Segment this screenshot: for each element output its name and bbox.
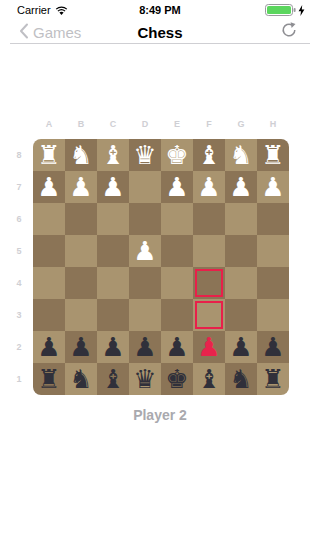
square-f5[interactable]: [193, 235, 225, 267]
square-d5[interactable]: ♟: [129, 235, 161, 267]
square-h6[interactable]: [257, 203, 289, 235]
piece-white-pawn-e7[interactable]: ♟: [161, 171, 193, 203]
file-label-a: A: [33, 116, 65, 132]
rank-label-1: 1: [10, 363, 28, 395]
piece-white-pawn-h7[interactable]: ♟: [257, 171, 289, 203]
square-c3[interactable]: [97, 299, 129, 331]
piece-black-rook-a1[interactable]: ♜: [33, 363, 65, 395]
square-b4[interactable]: [65, 267, 97, 299]
square-c8[interactable]: ♝: [97, 139, 129, 171]
square-h8[interactable]: ♜: [257, 139, 289, 171]
square-b2[interactable]: ♟: [65, 331, 97, 363]
piece-black-bishop-f1[interactable]: ♝: [193, 363, 225, 395]
refresh-icon: [280, 21, 298, 43]
rank-labels: 87654321: [10, 139, 28, 395]
square-a5[interactable]: [33, 235, 65, 267]
square-e2[interactable]: ♟: [161, 331, 193, 363]
piece-white-pawn-g7[interactable]: ♟: [225, 171, 257, 203]
square-f1[interactable]: ♝: [193, 363, 225, 395]
square-d7[interactable]: [129, 171, 161, 203]
square-f6[interactable]: [193, 203, 225, 235]
square-e6[interactable]: [161, 203, 193, 235]
file-label-g: G: [225, 116, 257, 132]
square-h7[interactable]: ♟: [257, 171, 289, 203]
piece-white-queen-d8[interactable]: ♛: [129, 139, 161, 171]
square-h4[interactable]: [257, 267, 289, 299]
square-c2[interactable]: ♟: [97, 331, 129, 363]
piece-black-king-e1[interactable]: ♚: [161, 363, 193, 395]
move-highlight-f4: [195, 269, 223, 297]
square-b7[interactable]: ♟: [65, 171, 97, 203]
piece-white-bishop-c8[interactable]: ♝: [97, 139, 129, 171]
square-b6[interactable]: [65, 203, 97, 235]
square-d6[interactable]: [129, 203, 161, 235]
square-a2[interactable]: ♟: [33, 331, 65, 363]
file-label-h: H: [257, 116, 289, 132]
battery-icon: [265, 4, 296, 16]
square-c4[interactable]: [97, 267, 129, 299]
piece-white-pawn-f7[interactable]: ♟: [193, 171, 225, 203]
square-f7[interactable]: ♟: [193, 171, 225, 203]
square-g3[interactable]: [225, 299, 257, 331]
square-g1[interactable]: ♞: [225, 363, 257, 395]
status-bar: Carrier 8:49 PM: [10, 0, 310, 20]
square-a1[interactable]: ♜: [33, 363, 65, 395]
square-e1[interactable]: ♚: [161, 363, 193, 395]
piece-white-bishop-f8[interactable]: ♝: [193, 139, 225, 171]
piece-white-rook-a8[interactable]: ♜: [33, 139, 65, 171]
square-e7[interactable]: ♟: [161, 171, 193, 203]
piece-black-pawn-e2[interactable]: ♟: [161, 331, 193, 363]
rank-label-2: 2: [10, 331, 28, 363]
square-a6[interactable]: [33, 203, 65, 235]
square-c1[interactable]: ♝: [97, 363, 129, 395]
piece-black-knight-g1[interactable]: ♞: [225, 363, 257, 395]
back-button[interactable]: Games: [19, 20, 81, 44]
square-d8[interactable]: ♛: [129, 139, 161, 171]
square-b5[interactable]: [65, 235, 97, 267]
square-f2[interactable]: ♟: [193, 331, 225, 363]
square-e5[interactable]: [161, 235, 193, 267]
piece-white-knight-g8[interactable]: ♞: [225, 139, 257, 171]
app-screen: Carrier 8:49 PM: [10, 0, 310, 533]
square-f3[interactable]: [193, 299, 225, 331]
square-b1[interactable]: ♞: [65, 363, 97, 395]
piece-black-pawn-a2[interactable]: ♟: [33, 331, 65, 363]
square-c6[interactable]: [97, 203, 129, 235]
piece-black-pawn-c2[interactable]: ♟: [97, 331, 129, 363]
piece-black-pawn-d2[interactable]: ♟: [129, 331, 161, 363]
nav-bar: Chess Games: [10, 20, 310, 44]
square-h3[interactable]: [257, 299, 289, 331]
square-b3[interactable]: [65, 299, 97, 331]
square-h1[interactable]: ♜: [257, 363, 289, 395]
rank-label-5: 5: [10, 235, 28, 267]
rank-label-8: 8: [10, 139, 28, 171]
file-label-c: C: [97, 116, 129, 132]
piece-white-pawn-d5[interactable]: ♟: [129, 235, 161, 267]
piece-white-pawn-a7[interactable]: ♟: [33, 171, 65, 203]
back-chevron-icon: [19, 23, 29, 42]
file-label-e: E: [161, 116, 193, 132]
file-labels: ABCDEFGH: [33, 116, 289, 132]
square-c5[interactable]: [97, 235, 129, 267]
piece-black-knight-b1[interactable]: ♞: [65, 363, 97, 395]
piece-black-pawn-g2[interactable]: ♟: [225, 331, 257, 363]
square-a3[interactable]: [33, 299, 65, 331]
square-e3[interactable]: [161, 299, 193, 331]
rank-label-4: 4: [10, 267, 28, 299]
square-g4[interactable]: [225, 267, 257, 299]
piece-white-king-e8[interactable]: ♚: [161, 139, 193, 171]
file-label-d: D: [129, 116, 161, 132]
rank-label-7: 7: [10, 171, 28, 203]
piece-black-queen-d1[interactable]: ♛: [129, 363, 161, 395]
move-highlight-f3: [195, 301, 223, 329]
piece-black-rook-h1[interactable]: ♜: [257, 363, 289, 395]
square-d4[interactable]: [129, 267, 161, 299]
piece-white-pawn-c7[interactable]: ♟: [97, 171, 129, 203]
square-a4[interactable]: [33, 267, 65, 299]
square-e8[interactable]: ♚: [161, 139, 193, 171]
square-a8[interactable]: ♜: [33, 139, 65, 171]
square-e4[interactable]: [161, 267, 193, 299]
square-g6[interactable]: [225, 203, 257, 235]
square-c7[interactable]: ♟: [97, 171, 129, 203]
charging-bolt-icon: [298, 5, 305, 16]
square-f4[interactable]: [193, 267, 225, 299]
piece-white-pawn-b7[interactable]: ♟: [65, 171, 97, 203]
back-button-label: Games: [33, 24, 81, 41]
square-g5[interactable]: [225, 235, 257, 267]
rank-label-6: 6: [10, 203, 28, 235]
piece-black-pawn-b2[interactable]: ♟: [65, 331, 97, 363]
refresh-button[interactable]: [280, 23, 298, 41]
square-d3[interactable]: [129, 299, 161, 331]
rank-label-3: 3: [10, 299, 28, 331]
piece-black-bishop-c1[interactable]: ♝: [97, 363, 129, 395]
file-label-b: B: [65, 116, 97, 132]
player-turn-label: Player 2: [10, 407, 310, 423]
square-g7[interactable]: ♟: [225, 171, 257, 203]
square-g8[interactable]: ♞: [225, 139, 257, 171]
square-f8[interactable]: ♝: [193, 139, 225, 171]
piece-black-pawn-h2[interactable]: ♟: [257, 331, 289, 363]
square-a7[interactable]: ♟: [33, 171, 65, 203]
piece-black-pawn-f2[interactable]: ♟: [193, 331, 225, 363]
square-h5[interactable]: [257, 235, 289, 267]
square-b8[interactable]: ♞: [65, 139, 97, 171]
square-d1[interactable]: ♛: [129, 363, 161, 395]
square-h2[interactable]: ♟: [257, 331, 289, 363]
file-label-f: F: [193, 116, 225, 132]
square-g2[interactable]: ♟: [225, 331, 257, 363]
square-d2[interactable]: ♟: [129, 331, 161, 363]
chess-board: ♜♞♝♛♚♝♞♜♟♟♟♟♟♟♟♟♟♟♟♟♟♟♟♟♜♞♝♛♚♝♞♜: [33, 139, 289, 395]
piece-white-rook-h8[interactable]: ♜: [257, 139, 289, 171]
piece-white-knight-b8[interactable]: ♞: [65, 139, 97, 171]
